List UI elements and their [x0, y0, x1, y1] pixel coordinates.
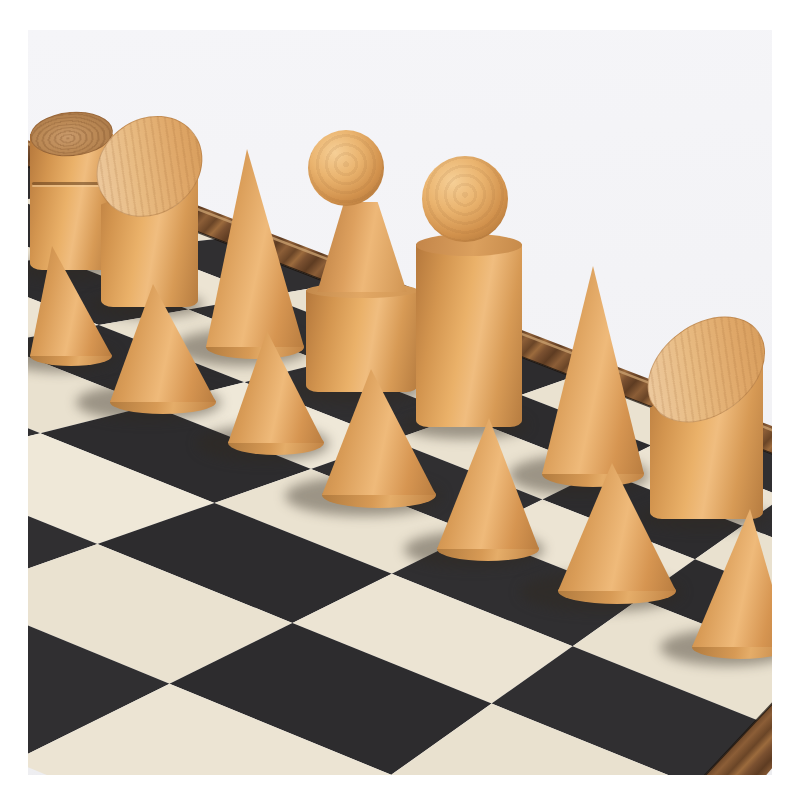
white-pawn-e2 [437, 418, 539, 561]
cone-body [206, 149, 304, 347]
white-knight-f1 [542, 266, 644, 487]
cone-body [110, 284, 216, 402]
product-photo [28, 30, 772, 775]
white-pawn-d2 [322, 369, 436, 508]
cone-body [228, 331, 324, 443]
white-pawn-g2 [692, 509, 772, 659]
pieces-layer [28, 30, 772, 775]
cone-body [692, 509, 772, 647]
white-pawn-b2 [110, 284, 216, 414]
white-pawn-a2 [30, 246, 112, 366]
queen-sphere [422, 156, 508, 242]
cone-body [558, 463, 676, 591]
cone-body [437, 418, 539, 549]
king-ball [308, 130, 384, 206]
king-neck [306, 202, 418, 292]
white-bishop-b1 [101, 124, 198, 307]
white-pawn-c2 [228, 331, 324, 455]
cone-body [322, 369, 436, 495]
white-knight-c1 [206, 149, 304, 359]
cone-body [30, 246, 112, 356]
white-pawn-f2 [558, 463, 676, 604]
photo-stage [28, 30, 772, 775]
cone-body [542, 266, 644, 474]
